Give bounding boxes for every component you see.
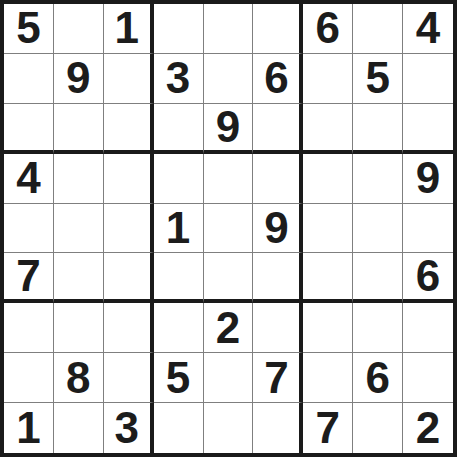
- given-digit: 1: [114, 6, 138, 50]
- cell-r3c1[interactable]: [4, 104, 54, 154]
- cell-r3c5: 9: [204, 104, 254, 154]
- given-digit: 2: [216, 306, 240, 350]
- cell-r8c5[interactable]: [204, 353, 254, 403]
- cell-r8c6: 7: [253, 353, 303, 403]
- cell-r6c8[interactable]: [353, 253, 403, 303]
- cell-r7c2[interactable]: [54, 303, 104, 353]
- cell-r9c1: 1: [4, 403, 54, 453]
- cell-r5c5[interactable]: [204, 204, 254, 254]
- cell-r4c1: 4: [4, 154, 54, 204]
- given-digit: 1: [16, 406, 40, 450]
- cell-r8c4: 5: [154, 353, 204, 403]
- cell-r2c6: 6: [253, 54, 303, 104]
- cell-r5c9[interactable]: [403, 204, 453, 254]
- cell-r1c8[interactable]: [353, 4, 403, 54]
- cell-r7c1[interactable]: [4, 303, 54, 353]
- given-digit: 3: [166, 56, 190, 100]
- cell-r4c9: 9: [403, 154, 453, 204]
- cell-r8c1[interactable]: [4, 353, 54, 403]
- cell-r7c7[interactable]: [303, 303, 353, 353]
- cell-r8c2: 8: [54, 353, 104, 403]
- cell-r6c6[interactable]: [253, 253, 303, 303]
- cell-r9c4[interactable]: [154, 403, 204, 453]
- given-digit: 1: [166, 206, 190, 250]
- cell-r9c6[interactable]: [253, 403, 303, 453]
- cell-r4c5[interactable]: [204, 154, 254, 204]
- cell-r9c3: 3: [104, 403, 154, 453]
- cell-r2c9[interactable]: [403, 54, 453, 104]
- cell-r9c9: 2: [403, 403, 453, 453]
- given-digit: 6: [316, 6, 340, 50]
- cell-r2c3[interactable]: [104, 54, 154, 104]
- given-digit: 9: [216, 105, 240, 149]
- given-digit: 2: [416, 406, 440, 450]
- given-digit: 5: [166, 356, 190, 400]
- cell-r3c6[interactable]: [253, 104, 303, 154]
- given-digit: 7: [264, 356, 288, 400]
- cell-r6c3[interactable]: [104, 253, 154, 303]
- cell-r9c8[interactable]: [353, 403, 403, 453]
- cell-r1c9: 4: [403, 4, 453, 54]
- cell-r2c8: 5: [353, 54, 403, 104]
- cell-r8c8: 6: [353, 353, 403, 403]
- cell-r1c7: 6: [303, 4, 353, 54]
- given-digit: 9: [66, 56, 90, 100]
- cell-r8c7[interactable]: [303, 353, 353, 403]
- cell-r1c3: 1: [104, 4, 154, 54]
- cell-r2c5[interactable]: [204, 54, 254, 104]
- cell-r5c8[interactable]: [353, 204, 403, 254]
- cell-r6c2[interactable]: [54, 253, 104, 303]
- cell-r5c4: 1: [154, 204, 204, 254]
- given-digit: 5: [365, 56, 389, 100]
- cell-r7c8[interactable]: [353, 303, 403, 353]
- cell-r9c7: 7: [303, 403, 353, 453]
- cell-r7c4[interactable]: [154, 303, 204, 353]
- sudoku-board: 516493659491976285761372: [0, 0, 457, 457]
- cell-r4c7[interactable]: [303, 154, 353, 204]
- cell-r9c2[interactable]: [54, 403, 104, 453]
- given-digit: 4: [16, 156, 40, 200]
- given-digit: 6: [365, 356, 389, 400]
- cell-r7c3[interactable]: [104, 303, 154, 353]
- cell-r4c4[interactable]: [154, 154, 204, 204]
- given-digit: 3: [114, 406, 138, 450]
- cell-r3c8[interactable]: [353, 104, 403, 154]
- cell-r3c7[interactable]: [303, 104, 353, 154]
- cell-r5c3[interactable]: [104, 204, 154, 254]
- cell-r6c7[interactable]: [303, 253, 353, 303]
- cell-r6c1: 7: [4, 253, 54, 303]
- cell-r1c2[interactable]: [54, 4, 104, 54]
- cell-r3c4[interactable]: [154, 104, 204, 154]
- cell-r9c5[interactable]: [204, 403, 254, 453]
- cell-r1c5[interactable]: [204, 4, 254, 54]
- given-digit: 9: [416, 156, 440, 200]
- cell-r2c2: 9: [54, 54, 104, 104]
- cell-r8c9[interactable]: [403, 353, 453, 403]
- cell-r8c3[interactable]: [104, 353, 154, 403]
- cell-r5c2[interactable]: [54, 204, 104, 254]
- given-digit: 9: [264, 206, 288, 250]
- cell-r5c1[interactable]: [4, 204, 54, 254]
- given-digit: 7: [316, 406, 340, 450]
- cell-r7c6[interactable]: [253, 303, 303, 353]
- given-digit: 4: [416, 6, 440, 50]
- sudoku-page: 516493659491976285761372: [0, 0, 460, 460]
- cell-r5c7[interactable]: [303, 204, 353, 254]
- cell-r6c5[interactable]: [204, 253, 254, 303]
- cell-r4c2[interactable]: [54, 154, 104, 204]
- cell-r4c6[interactable]: [253, 154, 303, 204]
- given-digit: 6: [416, 254, 440, 298]
- cell-r3c3[interactable]: [104, 104, 154, 154]
- cell-r1c1: 5: [4, 4, 54, 54]
- given-digit: 8: [66, 356, 90, 400]
- cell-r7c9[interactable]: [403, 303, 453, 353]
- cell-r4c3[interactable]: [104, 154, 154, 204]
- cell-r2c1[interactable]: [4, 54, 54, 104]
- cell-r6c4[interactable]: [154, 253, 204, 303]
- cell-r3c9[interactable]: [403, 104, 453, 154]
- cell-r1c6[interactable]: [253, 4, 303, 54]
- cell-r4c8[interactable]: [353, 154, 403, 204]
- cell-r1c4[interactable]: [154, 4, 204, 54]
- cell-r2c7[interactable]: [303, 54, 353, 104]
- cell-r7c5: 2: [204, 303, 254, 353]
- cell-r5c6: 9: [253, 204, 303, 254]
- given-digit: 5: [16, 6, 40, 50]
- cell-r3c2[interactable]: [54, 104, 104, 154]
- given-digit: 7: [16, 254, 40, 298]
- cell-r2c4: 3: [154, 54, 204, 104]
- given-digit: 6: [264, 56, 288, 100]
- cell-r6c9: 6: [403, 253, 453, 303]
